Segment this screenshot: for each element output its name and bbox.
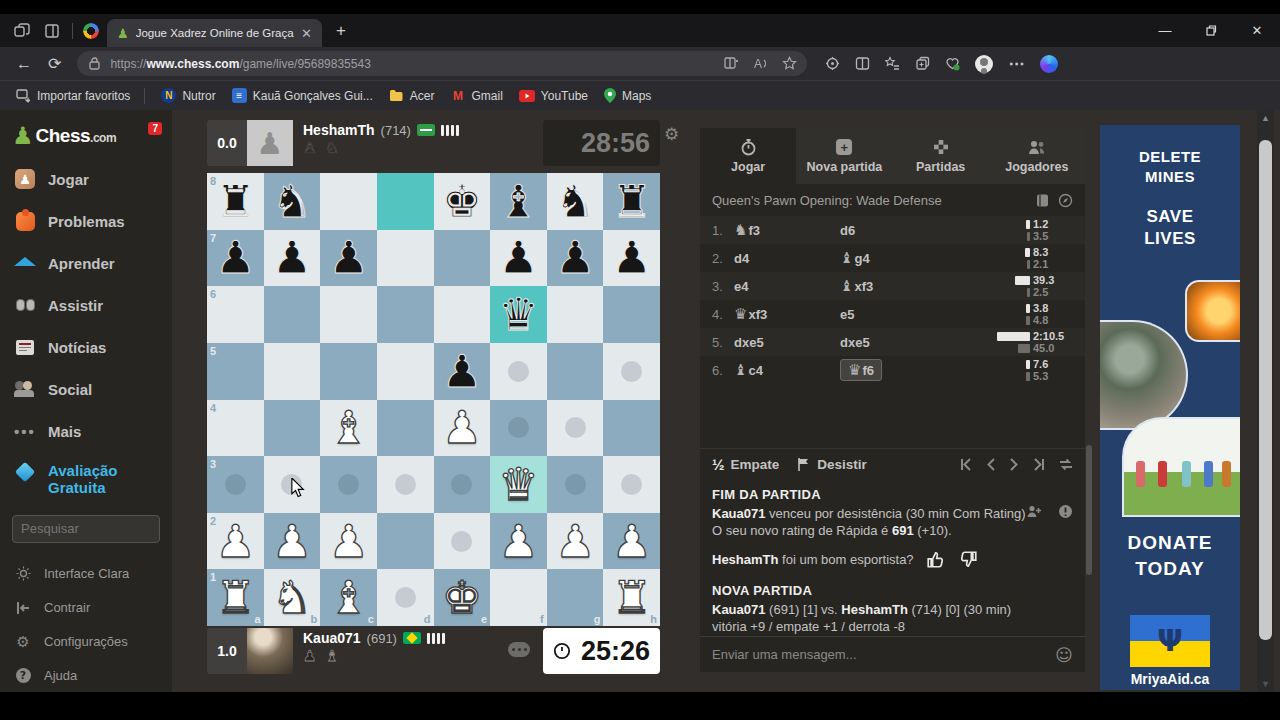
chesscom-favicon: ♟ bbox=[117, 26, 129, 41]
read-aloud-icon[interactable]: A bbox=[753, 56, 768, 71]
sidebar-item-aprender[interactable]: Aprender bbox=[0, 242, 172, 284]
square-d7[interactable] bbox=[377, 230, 434, 287]
sportsmanship-row: HeshamTh foi um bom esportista? bbox=[700, 540, 1085, 573]
sidebar-footer-help[interactable]: ?Ajuda bbox=[0, 659, 172, 693]
sidebar-item-mais[interactable]: •••Mais bbox=[0, 410, 172, 452]
new-game-pairing: Kaua071 (691) [1] vs. HeshamTh (714) [0]… bbox=[712, 601, 1073, 636]
square-d1[interactable]: d bbox=[377, 569, 434, 626]
resign-button[interactable]: Desistir bbox=[797, 457, 867, 472]
more-icon: ••• bbox=[14, 420, 36, 442]
watch-icon bbox=[14, 294, 36, 316]
nav-last-icon[interactable] bbox=[1032, 458, 1046, 471]
move[interactable]: ♛f6 bbox=[840, 359, 882, 381]
ad-banner[interactable]: DELETEMINES SAVELIVES DONATETODAY Ψ Mriy… bbox=[1100, 125, 1240, 690]
piece-white-♛[interactable]: ♛ bbox=[498, 462, 538, 507]
piece-black-♟[interactable]: ♟ bbox=[442, 349, 482, 394]
ad-explosion-image bbox=[1185, 280, 1240, 342]
lock-icon bbox=[87, 56, 102, 71]
saudi-flag-icon bbox=[417, 124, 435, 136]
square-d6[interactable] bbox=[377, 286, 434, 343]
screen: ♟ Jogue Xadrez Online de Graça co ✕ + — … bbox=[0, 0, 1280, 720]
square-e3[interactable] bbox=[434, 456, 491, 513]
scrollbar-thumb[interactable] bbox=[1259, 140, 1272, 640]
square-g4[interactable] bbox=[547, 400, 604, 457]
tab-close-icon[interactable]: ✕ bbox=[301, 26, 312, 41]
opening-row: Queen's Pawn Opening: Wade Defense bbox=[700, 184, 1085, 216]
piece-black-♟[interactable]: ♟ bbox=[272, 235, 312, 280]
top-player-avatar[interactable]: ♟ bbox=[247, 120, 293, 166]
square-e2[interactable] bbox=[434, 513, 491, 570]
close-button[interactable]: ✕ bbox=[1234, 14, 1280, 47]
square-f1[interactable]: f bbox=[490, 569, 547, 626]
chesscom-page: ♟ Chess.com 7 ♟JogarProblemasAprenderAss… bbox=[0, 110, 1280, 692]
board-settings-gear-icon[interactable]: ⚙ bbox=[664, 124, 679, 144]
square-b8[interactable]: ♞ bbox=[264, 173, 321, 230]
sidebar: ♟ Chess.com 7 ♟JogarProblemasAprenderAss… bbox=[0, 110, 172, 692]
piece-white-♚[interactable]: ♚ bbox=[442, 575, 482, 620]
square-h8[interactable]: ♜ bbox=[603, 173, 660, 230]
puzzle-icon bbox=[14, 210, 36, 232]
square-e6[interactable] bbox=[434, 286, 491, 343]
square-c8[interactable] bbox=[320, 173, 377, 230]
opening-name[interactable]: Queen's Pawn Opening: Wade Defense bbox=[712, 193, 942, 208]
play-icon: ♟ bbox=[14, 168, 36, 190]
square-f8[interactable]: ♝ bbox=[490, 173, 547, 230]
bookmark-doc[interactable]: ≡Kauã Gonçalves Gui... bbox=[232, 88, 373, 103]
square-e8[interactable]: ♚ bbox=[434, 173, 491, 230]
top-player-score: 0.0 bbox=[207, 120, 247, 166]
nav-next-icon[interactable] bbox=[1009, 458, 1019, 471]
square-c6[interactable] bbox=[320, 286, 377, 343]
move-navigation bbox=[959, 458, 1073, 471]
thumbs-up-icon[interactable] bbox=[926, 550, 946, 569]
panel-scrollbar-thumb[interactable] bbox=[1086, 445, 1092, 575]
chess-board[interactable]: 8♜♞♚♝♞♜7♟♟♟♟♟♟6♛5♟4♝♟3♛2♟♟♟♟♟♟1a♜b♞c♝de♚… bbox=[207, 173, 660, 626]
piece-white-♜[interactable]: ♜ bbox=[215, 575, 255, 620]
top-player-bar: 0.0 ♟ HeshamTh (714) ♙ ♘ 28:56 ⚙ bbox=[207, 120, 660, 170]
square-c1[interactable]: c♝ bbox=[320, 569, 377, 626]
square-e7[interactable] bbox=[434, 230, 491, 287]
split-screen-icon[interactable] bbox=[724, 56, 739, 71]
move[interactable]: ♝g4 bbox=[840, 249, 870, 267]
piece-black-♞[interactable]: ♞ bbox=[555, 179, 595, 224]
square-h1[interactable]: h♜ bbox=[603, 569, 660, 626]
square-f4[interactable] bbox=[490, 400, 547, 457]
workspaces-icon[interactable] bbox=[14, 23, 30, 39]
top-player-name[interactable]: HeshamTh bbox=[303, 122, 375, 138]
chat-placeholder: Enviar uma mensagem... bbox=[712, 647, 857, 662]
ad-children-image bbox=[1122, 417, 1240, 517]
square-a5[interactable]: 5 bbox=[207, 343, 264, 400]
ad-site-link[interactable]: MriyaAid.ca bbox=[1100, 671, 1240, 687]
bookmark-folder[interactable]: Acer bbox=[389, 89, 435, 103]
address-bar[interactable]: https://www.chess.com/game/live/95689835… bbox=[77, 51, 807, 76]
chesscom-logo[interactable]: ♟ Chess.com 7 bbox=[0, 110, 172, 158]
social-icon bbox=[14, 378, 36, 400]
move-row: 5.dxe5dxe52:10.545.0 bbox=[700, 328, 1085, 356]
captured-pieces-top: ♙ ♘ bbox=[303, 139, 459, 157]
square-d4[interactable] bbox=[377, 400, 434, 457]
piece-white-♟[interactable]: ♟ bbox=[555, 519, 595, 564]
sidebar-footer-sun[interactable]: Interface Clara bbox=[0, 557, 172, 591]
settings-more-icon[interactable]: ⋯ bbox=[1008, 54, 1025, 73]
favorites-list-icon[interactable] bbox=[885, 56, 900, 71]
google-favicon[interactable] bbox=[83, 23, 99, 39]
sidebar-item-social[interactable]: Social bbox=[0, 368, 172, 410]
square-a7[interactable]: 7♟ bbox=[207, 230, 264, 287]
piece-black-♚[interactable]: ♚ bbox=[442, 179, 482, 224]
panel-tab-jogadores[interactable]: Jogadores bbox=[989, 128, 1085, 184]
sidebar-item-assistir[interactable]: Assistir bbox=[0, 284, 172, 326]
emoji-icon[interactable]: ☺ bbox=[1055, 645, 1073, 665]
sidebar-footer-gear[interactable]: ⚙Configurações bbox=[0, 625, 172, 659]
move[interactable]: ♝c4 bbox=[734, 361, 763, 379]
piece-black-♟[interactable]: ♟ bbox=[215, 235, 255, 280]
square-e4[interactable]: ♟ bbox=[434, 400, 491, 457]
piece-white-♝[interactable]: ♝ bbox=[328, 575, 368, 620]
move-row: 2.d4♝g48.32.1 bbox=[700, 244, 1085, 272]
square-c5[interactable] bbox=[320, 343, 377, 400]
top-player-clock: 28:56 bbox=[543, 120, 660, 166]
clock-icon bbox=[553, 641, 571, 661]
square-f2[interactable]: ♟ bbox=[490, 513, 547, 570]
move-times: 39.32.5 bbox=[988, 275, 1085, 298]
draw-button[interactable]: ½Empate bbox=[712, 456, 779, 473]
thumbs-down-icon[interactable] bbox=[958, 550, 978, 569]
square-b6[interactable] bbox=[264, 286, 321, 343]
report-icon[interactable] bbox=[1058, 504, 1073, 519]
ad-deminer-image bbox=[1100, 320, 1188, 430]
square-h3[interactable] bbox=[603, 456, 660, 513]
square-b3[interactable] bbox=[264, 456, 321, 513]
news-icon bbox=[14, 336, 36, 358]
move[interactable]: ♝xf3 bbox=[840, 277, 873, 295]
trial-label: Avaliação Gratuita bbox=[48, 462, 138, 497]
sidebar-item-trial[interactable]: Avaliação Gratuita bbox=[0, 452, 172, 507]
piece-white-♟[interactable]: ♟ bbox=[498, 519, 538, 564]
piece-white-♟[interactable]: ♟ bbox=[215, 519, 255, 564]
bookmark-maps[interactable]: Maps bbox=[604, 88, 651, 103]
piece-white-♟[interactable]: ♟ bbox=[612, 519, 652, 564]
square-a2[interactable]: 2♟ bbox=[207, 513, 264, 570]
minimize-button[interactable]: — bbox=[1142, 14, 1188, 47]
svg-text:A: A bbox=[754, 57, 762, 71]
piece-black-♞[interactable]: ♞ bbox=[272, 179, 312, 224]
move-row: 1.♞f3d61.23.5 bbox=[700, 216, 1085, 244]
chat-bubble-icon[interactable] bbox=[508, 642, 530, 657]
trident-icon: Ψ bbox=[1157, 621, 1183, 660]
bottom-player-bar: 1.0 Kaua071 (691) ♟ ♝ 25:26 bbox=[207, 628, 660, 678]
collections-icon[interactable] bbox=[915, 56, 930, 71]
square-g6[interactable] bbox=[547, 286, 604, 343]
bookmark-gmail[interactable]: MGmail bbox=[450, 88, 502, 103]
sportsmanship-question: HeshamTh foi um bom esportista? bbox=[712, 552, 914, 567]
tab-bar: ♟ Jogue Xadrez Online de Graça co ✕ + — … bbox=[0, 14, 1280, 47]
new-game-section: NOVA PARTIDA Kaua071 (691) [1] vs. Hesha… bbox=[700, 573, 1085, 636]
connection-bars-icon bbox=[427, 633, 445, 644]
ad-donate-text: DONATETODAY bbox=[1100, 530, 1240, 581]
people-icon bbox=[1028, 138, 1046, 156]
nav-prev-icon[interactable] bbox=[986, 458, 996, 471]
piece-black-♟[interactable]: ♟ bbox=[498, 235, 538, 280]
move[interactable]: d4 bbox=[734, 251, 749, 266]
move-times: 7.65.3 bbox=[988, 359, 1085, 382]
square-c4[interactable]: ♝ bbox=[320, 400, 377, 457]
move-times: 3.84.8 bbox=[988, 303, 1085, 326]
move-row: 6.♝c4♛f67.65.3 bbox=[700, 356, 1085, 384]
bottom-player-clock: 25:26 bbox=[543, 628, 660, 674]
game-over-section: FIM DA PARTIDA Kaua071 venceu por desist… bbox=[700, 480, 1085, 540]
split-view-icon[interactable] bbox=[855, 56, 870, 71]
game-over-title: FIM DA PARTIDA bbox=[712, 487, 1073, 502]
square-g3[interactable] bbox=[547, 456, 604, 513]
square-d8[interactable] bbox=[377, 173, 434, 230]
square-h7[interactable]: ♟ bbox=[603, 230, 660, 287]
gear-icon: ⚙ bbox=[14, 633, 32, 651]
move-row: 4.♛xf3e53.84.8 bbox=[700, 300, 1085, 328]
square-b2[interactable]: ♟ bbox=[264, 513, 321, 570]
game-panel: Jogar+Nova partidaPartidasJogadores Quee… bbox=[700, 128, 1085, 672]
notification-badge: 7 bbox=[148, 122, 162, 135]
flip-board-icon[interactable] bbox=[1059, 458, 1073, 471]
piece-black-♜[interactable]: ♜ bbox=[612, 179, 652, 224]
top-player-rating: (714) bbox=[381, 123, 411, 138]
square-e5[interactable]: ♟ bbox=[434, 343, 491, 400]
sidebar-item-noticias[interactable]: Notícias bbox=[0, 326, 172, 368]
copilot-icon[interactable] bbox=[1040, 55, 1058, 73]
collapse-icon bbox=[14, 599, 32, 617]
square-f5[interactable] bbox=[490, 343, 547, 400]
square-g5[interactable] bbox=[547, 343, 604, 400]
square-h4[interactable] bbox=[603, 400, 660, 457]
square-h5[interactable] bbox=[603, 343, 660, 400]
captured-pieces-bottom: ♟ ♝ bbox=[303, 647, 445, 665]
scroll-up-icon[interactable]: ▲ bbox=[1257, 113, 1274, 123]
tab-title: Jogue Xadrez Online de Graça co bbox=[136, 27, 295, 39]
url-text: https://www.chess.com/game/live/95689835… bbox=[110, 57, 370, 71]
square-b7[interactable]: ♟ bbox=[264, 230, 321, 287]
piece-black-♟[interactable]: ♟ bbox=[612, 235, 652, 280]
square-f7[interactable]: ♟ bbox=[490, 230, 547, 287]
panel-tab-partidas[interactable]: Partidas bbox=[893, 128, 989, 184]
scroll-down-icon[interactable]: ▼ bbox=[1257, 679, 1274, 689]
square-f6[interactable]: ♛ bbox=[490, 286, 547, 343]
move-times: 1.23.5 bbox=[988, 219, 1085, 242]
sidebar-item-jogar[interactable]: ♟Jogar bbox=[0, 158, 172, 200]
panel-tab-jogar[interactable]: Jogar bbox=[700, 128, 796, 184]
profile-avatar-icon[interactable] bbox=[975, 55, 993, 73]
toolbar-right-icons: ⋯ bbox=[825, 54, 1058, 73]
add-friend-icon[interactable] bbox=[1026, 504, 1042, 519]
piece-white-♞[interactable]: ♞ bbox=[272, 575, 312, 620]
square-c3[interactable] bbox=[320, 456, 377, 513]
restore-button[interactable] bbox=[1188, 14, 1234, 47]
favorite-star-icon[interactable] bbox=[782, 56, 797, 71]
ad-headline-2: SAVELIVES bbox=[1144, 206, 1196, 250]
bottom-player-score: 1.0 bbox=[207, 628, 247, 674]
square-h2[interactable]: ♟ bbox=[603, 513, 660, 570]
logo-text: Chess.com bbox=[36, 125, 117, 147]
square-a6[interactable]: 6 bbox=[207, 286, 264, 343]
square-e1[interactable]: e♚ bbox=[434, 569, 491, 626]
timer-icon bbox=[739, 138, 757, 156]
tab-actions-icon[interactable] bbox=[44, 23, 60, 39]
opening-book-icon[interactable] bbox=[1035, 193, 1050, 208]
bookmark-nutror[interactable]: NNutror bbox=[161, 88, 215, 103]
explorer-compass-icon[interactable] bbox=[1058, 193, 1073, 208]
ad-headline-1: DELETEMINES bbox=[1139, 147, 1201, 186]
move[interactable]: dxe5 bbox=[734, 335, 764, 350]
piece-white-♟[interactable]: ♟ bbox=[272, 519, 312, 564]
sidebar-footer-collapse[interactable]: Contrair bbox=[0, 591, 172, 625]
move-list: 1.♞f3d61.23.52.d4♝g48.32.13.e4♝xf339.32.… bbox=[700, 216, 1085, 388]
square-b4[interactable] bbox=[264, 400, 321, 457]
new-tab-button[interactable]: + bbox=[336, 21, 346, 41]
move[interactable]: ♞f3 bbox=[734, 221, 760, 239]
move[interactable]: d6 bbox=[840, 223, 855, 238]
bottom-player-name[interactable]: Kaua071 bbox=[303, 630, 361, 646]
square-g8[interactable]: ♞ bbox=[547, 173, 604, 230]
square-d5[interactable] bbox=[377, 343, 434, 400]
piece-black-♛[interactable]: ♛ bbox=[498, 292, 538, 337]
square-d3[interactable] bbox=[377, 456, 434, 513]
move-row: 3.e4♝xf339.32.5 bbox=[700, 272, 1085, 300]
browser-essentials-icon[interactable] bbox=[945, 56, 960, 71]
nav-first-icon[interactable] bbox=[959, 458, 973, 471]
piece-black-♟[interactable]: ♟ bbox=[328, 235, 368, 280]
bottom-player-rating: (691) bbox=[367, 631, 397, 646]
extensions-icon[interactable] bbox=[825, 56, 840, 71]
square-g2[interactable]: ♟ bbox=[547, 513, 604, 570]
browser-window: ♟ Jogue Xadrez Online de Graça co ✕ + — … bbox=[0, 14, 1280, 692]
resign-flag-icon bbox=[797, 457, 811, 472]
piece-black-♟[interactable]: ♟ bbox=[555, 235, 595, 280]
move[interactable]: e5 bbox=[840, 307, 854, 322]
square-g1[interactable]: g bbox=[547, 569, 604, 626]
piece-black-♜[interactable]: ♜ bbox=[215, 179, 255, 224]
move-times: 2:10.545.0 bbox=[988, 331, 1085, 354]
piece-white-♟[interactable]: ♟ bbox=[328, 519, 368, 564]
page-scrollbar[interactable]: ▲ ▼ bbox=[1257, 110, 1274, 692]
square-b5[interactable] bbox=[264, 343, 321, 400]
piece-black-♝[interactable]: ♝ bbox=[498, 179, 538, 224]
connection-bars-icon bbox=[441, 125, 459, 136]
panel-tab-nova-partida[interactable]: +Nova partida bbox=[796, 128, 892, 184]
square-a8[interactable]: 8♜ bbox=[207, 173, 264, 230]
bookmarks-bar: Importar favoritosNNutror≡Kauã Gonçalves… bbox=[0, 80, 1280, 110]
piece-white-♜[interactable]: ♜ bbox=[612, 575, 652, 620]
bookmark-import[interactable]: Importar favoritos bbox=[16, 88, 130, 103]
diamond-icon bbox=[15, 462, 35, 482]
bottom-player-avatar[interactable] bbox=[247, 628, 293, 674]
browser-toolbar: ← ⟳ https://www.chess.com/game/live/9568… bbox=[0, 47, 1280, 80]
square-c7[interactable]: ♟ bbox=[320, 230, 377, 287]
square-c2[interactable]: ♟ bbox=[320, 513, 377, 570]
window-controls: — ✕ bbox=[1142, 14, 1280, 47]
square-a4[interactable]: 4 bbox=[207, 400, 264, 457]
bookmark-youtube[interactable]: YouTube bbox=[519, 89, 588, 103]
square-f3[interactable]: ♛ bbox=[490, 456, 547, 513]
move[interactable]: e4 bbox=[734, 279, 748, 294]
move[interactable]: dxe5 bbox=[840, 335, 870, 350]
move-times: 8.32.1 bbox=[988, 247, 1085, 270]
browser-tab[interactable]: ♟ Jogue Xadrez Online de Graça co ✕ bbox=[107, 19, 322, 47]
ukraine-flag-icon: Ψ bbox=[1130, 615, 1210, 667]
back-icon[interactable]: ← bbox=[16, 55, 32, 73]
divider bbox=[72, 23, 73, 39]
help-icon: ? bbox=[14, 667, 32, 685]
game-over-result: Kaua071 venceu por desistência (30 min C… bbox=[712, 505, 1073, 540]
game-controls: ½Empate Desistir bbox=[700, 448, 1085, 480]
logo-pawn-icon: ♟ bbox=[12, 124, 34, 148]
piece-white-♟[interactable]: ♟ bbox=[442, 405, 482, 450]
sidebar-item-problemas[interactable]: Problemas bbox=[0, 200, 172, 242]
panel-tabs: Jogar+Nova partidaPartidasJogadores bbox=[700, 128, 1085, 184]
grid-icon bbox=[932, 138, 950, 156]
piece-white-♝[interactable]: ♝ bbox=[328, 405, 368, 450]
chat-input[interactable]: Enviar uma mensagem... ☺ bbox=[700, 636, 1085, 672]
brazil-flag-icon bbox=[403, 632, 421, 644]
square-d2[interactable] bbox=[377, 513, 434, 570]
move[interactable]: ♛xf3 bbox=[734, 305, 767, 323]
plus-icon: + bbox=[835, 138, 853, 156]
new-game-title: NOVA PARTIDA bbox=[712, 583, 1073, 598]
square-h6[interactable] bbox=[603, 286, 660, 343]
sun-icon bbox=[14, 565, 32, 583]
square-a1[interactable]: 1a♜ bbox=[207, 569, 264, 626]
square-g7[interactable]: ♟ bbox=[547, 230, 604, 287]
search-input[interactable] bbox=[12, 515, 160, 543]
square-b1[interactable]: b♞ bbox=[264, 569, 321, 626]
square-a3[interactable]: 3 bbox=[207, 456, 264, 513]
learn-icon bbox=[14, 252, 36, 274]
refresh-icon[interactable]: ⟳ bbox=[48, 54, 61, 73]
